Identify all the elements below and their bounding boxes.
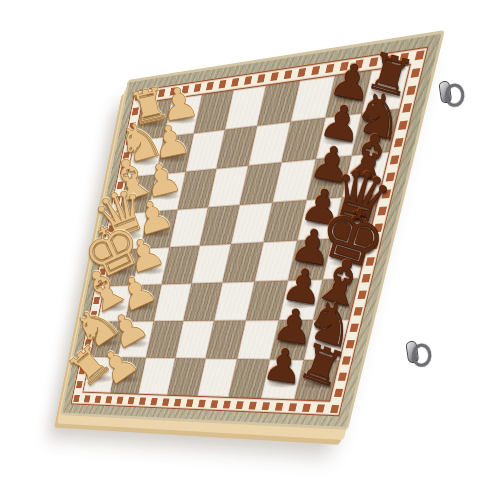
clasp-latch-bottom — [403, 332, 438, 374]
product-photo: ♜♞♝♛♚♝♞♜♟♟♟♟♟♟♟♟♟♟♟♟♟♟♟♟♜♞♝♛♚♝♞♜ — [0, 0, 500, 500]
chess-board — [60, 30, 445, 430]
latch-hook-icon — [411, 343, 432, 368]
clasp-latch-top — [436, 72, 471, 114]
latch-hook-icon — [444, 83, 465, 108]
